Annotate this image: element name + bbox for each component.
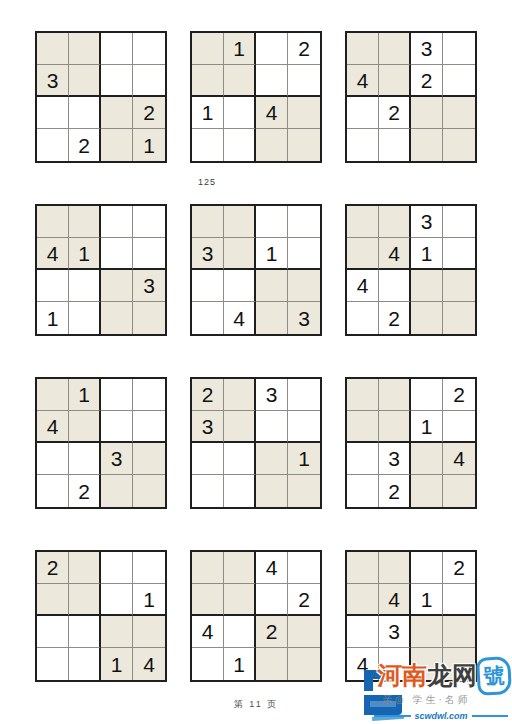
sudoku-4-cell-r2c4[interactable]: [133, 238, 165, 270]
sudoku-5-cell-r4c1[interactable]: [192, 302, 224, 334]
sudoku-6-cell-r4c4[interactable]: [443, 302, 475, 334]
sudoku-8-cell-r1c3[interactable]: 3: [256, 379, 288, 411]
sudoku-9-cell-r3c1[interactable]: [347, 443, 379, 475]
sudoku-3-cell-r2c2[interactable]: [379, 65, 411, 97]
sudoku-8-cell-r1c2[interactable]: [224, 379, 256, 411]
sudoku-10-cell-r2c1[interactable]: [37, 584, 69, 616]
sudoku-9-cell-r2c4[interactable]: [443, 411, 475, 443]
sudoku-7-cell-r2c4[interactable]: [133, 411, 165, 443]
sudoku-grid-6: 34142: [345, 204, 477, 336]
sudoku-12-cell-r3c1[interactable]: [347, 616, 379, 648]
sudoku-7-cell-r3c1[interactable]: [37, 443, 69, 475]
sudoku-4-cell-r3c3[interactable]: [101, 270, 133, 302]
sudoku-1-cell-r3c2[interactable]: [69, 97, 101, 129]
sudoku-grid-3: 3422: [345, 31, 477, 163]
sudoku-7-cell-r1c3[interactable]: [101, 379, 133, 411]
sudoku-3-cell-r4c4[interactable]: [443, 129, 475, 161]
sudoku-grid-2: 1214: [190, 31, 322, 163]
sudoku-grid-7: 1432: [35, 377, 167, 509]
sudoku-9-cell-r1c1[interactable]: [347, 379, 379, 411]
sudoku-11-cell-r4c2[interactable]: 1: [224, 648, 256, 680]
sudoku-6-cell-r2c3[interactable]: 1: [411, 238, 443, 270]
sudoku-5-cell-r3c2[interactable]: [224, 270, 256, 302]
sudoku-12-cell-r3c3[interactable]: [411, 616, 443, 648]
sudoku-12-cell-r2c4[interactable]: [443, 584, 475, 616]
sudoku-4-cell-r4c4[interactable]: [133, 302, 165, 334]
sudoku-1-cell-r2c2[interactable]: [69, 65, 101, 97]
sudoku-3-cell-r2c4[interactable]: [443, 65, 475, 97]
sudoku-8-cell-r1c4[interactable]: [288, 379, 320, 411]
sudoku-6-cell-r2c2[interactable]: 4: [379, 238, 411, 270]
sudoku-grid-1: 3221: [35, 31, 167, 163]
sudoku-2-cell-r4c4[interactable]: [288, 129, 320, 161]
sudoku-10-cell-r2c3[interactable]: [101, 584, 133, 616]
sudoku-12-cell-r1c4[interactable]: 2: [443, 552, 475, 584]
sudoku-9-cell-r4c3[interactable]: [411, 475, 443, 507]
worksheet-page: 3221121434224131314334142143223312134221…: [0, 0, 512, 724]
sudoku-5-cell-r4c2[interactable]: 4: [224, 302, 256, 334]
badge-icon: 號: [476, 656, 512, 696]
sudoku-12-cell-r3c2[interactable]: 3: [379, 616, 411, 648]
sudoku-10-cell-r3c1[interactable]: [37, 616, 69, 648]
sudoku-2-cell-r1c4[interactable]: 2: [288, 33, 320, 65]
sudoku-2-cell-r4c2[interactable]: [224, 129, 256, 161]
sudoku-1-cell-r1c1[interactable]: [37, 33, 69, 65]
sudoku-9-cell-r3c4[interactable]: 4: [443, 443, 475, 475]
sudoku-3-cell-r1c1[interactable]: [347, 33, 379, 65]
sudoku-8-cell-r4c1[interactable]: [192, 475, 224, 507]
sudoku-2-cell-r3c2[interactable]: [224, 97, 256, 129]
sudoku-5-cell-r1c1[interactable]: [192, 206, 224, 238]
sudoku-4-cell-r3c4[interactable]: 3: [133, 270, 165, 302]
sudoku-2-cell-r4c3[interactable]: [256, 129, 288, 161]
sudoku-6-cell-r3c2[interactable]: [379, 270, 411, 302]
sudoku-5-cell-r2c3[interactable]: 1: [256, 238, 288, 270]
sudoku-5-cell-r2c1[interactable]: 3: [192, 238, 224, 270]
sudoku-1-cell-r1c4[interactable]: [133, 33, 165, 65]
sudoku-5-cell-r1c2[interactable]: [224, 206, 256, 238]
sudoku-10-cell-r1c1[interactable]: 2: [37, 552, 69, 584]
sudoku-7-cell-r3c2[interactable]: [69, 443, 101, 475]
sudoku-6-cell-r1c4[interactable]: [443, 206, 475, 238]
sudoku-8-cell-r4c4[interactable]: [288, 475, 320, 507]
sudoku-4-cell-r1c1[interactable]: [37, 206, 69, 238]
sudoku-10-cell-r1c4[interactable]: [133, 552, 165, 584]
sudoku-2-cell-r3c4[interactable]: [288, 97, 320, 129]
sudoku-3-cell-r4c3[interactable]: [411, 129, 443, 161]
sudoku-1-cell-r1c2[interactable]: [69, 33, 101, 65]
site-name: 河南龙网: [377, 659, 477, 692]
sudoku-6-cell-r2c4[interactable]: [443, 238, 475, 270]
sudoku-9-cell-r4c4[interactable]: [443, 475, 475, 507]
sudoku-9-cell-r1c2[interactable]: [379, 379, 411, 411]
sudoku-9-cell-r3c3[interactable]: [411, 443, 443, 475]
sudoku-9-cell-r2c1[interactable]: [347, 411, 379, 443]
sudoku-4-cell-r4c3[interactable]: [101, 302, 133, 334]
sudoku-11-cell-r1c2[interactable]: [224, 552, 256, 584]
sudoku-1-cell-r1c3[interactable]: [101, 33, 133, 65]
sudoku-5-cell-r3c3[interactable]: [256, 270, 288, 302]
site-name-part1: 河南: [377, 661, 427, 689]
sudoku-12-cell-r1c3[interactable]: [411, 552, 443, 584]
sudoku-5-cell-r1c4[interactable]: [288, 206, 320, 238]
sudoku-1-cell-r3c1[interactable]: [37, 97, 69, 129]
sudoku-2-cell-r1c1[interactable]: [192, 33, 224, 65]
sudoku-8-cell-r3c1[interactable]: [192, 443, 224, 475]
sudoku-1-cell-r3c3[interactable]: [101, 97, 133, 129]
sudoku-2-cell-r2c2[interactable]: [224, 65, 256, 97]
sudoku-6-cell-r4c2[interactable]: 2: [379, 302, 411, 334]
sudoku-7-cell-r2c3[interactable]: [101, 411, 133, 443]
sudoku-4-cell-r2c1[interactable]: 4: [37, 238, 69, 270]
sudoku-2-cell-r1c2[interactable]: 1: [224, 33, 256, 65]
sudoku-8-cell-r2c3[interactable]: [256, 411, 288, 443]
sudoku-7-cell-r3c3[interactable]: 3: [101, 443, 133, 475]
sudoku-1-cell-r4c3[interactable]: [101, 129, 133, 161]
sudoku-12-cell-r2c2[interactable]: 4: [379, 584, 411, 616]
sudoku-11-cell-r3c1[interactable]: 4: [192, 616, 224, 648]
sudoku-8-cell-r3c2[interactable]: [224, 443, 256, 475]
sudoku-grid-10: 2114: [35, 550, 167, 682]
sudoku-4-cell-r3c2[interactable]: [69, 270, 101, 302]
sudoku-3-cell-r4c1[interactable]: [347, 129, 379, 161]
sudoku-8-cell-r4c3[interactable]: [256, 475, 288, 507]
sudoku-7-cell-r4c2[interactable]: 2: [69, 475, 101, 507]
sudoku-7-cell-r1c4[interactable]: [133, 379, 165, 411]
sudoku-4-cell-r4c2[interactable]: [69, 302, 101, 334]
sudoku-10-cell-r1c3[interactable]: [101, 552, 133, 584]
sudoku-7-cell-r2c1[interactable]: 4: [37, 411, 69, 443]
sudoku-5-cell-r3c1[interactable]: [192, 270, 224, 302]
sudoku-9-cell-r1c4[interactable]: 2: [443, 379, 475, 411]
sudoku-3-cell-r3c3[interactable]: [411, 97, 443, 129]
sudoku-1-cell-r3c4[interactable]: 2: [133, 97, 165, 129]
divider-line: [374, 715, 411, 717]
sudoku-3-cell-r3c4[interactable]: [443, 97, 475, 129]
sudoku-4-cell-r3c1[interactable]: [37, 270, 69, 302]
watermark: 河南龙网 號 亲◎ 学生·名师 scwdwl.com: [362, 656, 512, 724]
sudoku-3-cell-r3c2[interactable]: 2: [379, 97, 411, 129]
sudoku-4-cell-r1c2[interactable]: [69, 206, 101, 238]
watermark-tagline: 亲◎ 学生·名师: [382, 693, 471, 707]
sudoku-11-cell-r2c2[interactable]: [224, 584, 256, 616]
sudoku-5-cell-r3c4[interactable]: [288, 270, 320, 302]
sudoku-3-cell-r4c2[interactable]: [379, 129, 411, 161]
sudoku-11-cell-r3c3[interactable]: 2: [256, 616, 288, 648]
sudoku-grid-5: 3143: [190, 204, 322, 336]
sudoku-7-cell-r4c3[interactable]: [101, 475, 133, 507]
sudoku-1-cell-r4c1[interactable]: [37, 129, 69, 161]
sudoku-12-cell-r1c1[interactable]: [347, 552, 379, 584]
sudoku-2-cell-r2c1[interactable]: [192, 65, 224, 97]
sudoku-9-cell-r4c1[interactable]: [347, 475, 379, 507]
sudoku-9-cell-r3c2[interactable]: 3: [379, 443, 411, 475]
sudoku-9-cell-r4c2[interactable]: 2: [379, 475, 411, 507]
sudoku-3-cell-r2c3[interactable]: 2: [411, 65, 443, 97]
puzzle-number-label: 125: [198, 177, 216, 187]
sudoku-10-cell-r2c2[interactable]: [69, 584, 101, 616]
sudoku-7-cell-r1c1[interactable]: [37, 379, 69, 411]
sudoku-grid-11: 42421: [190, 550, 322, 682]
sudoku-11-cell-r2c4[interactable]: 2: [288, 584, 320, 616]
sudoku-10-cell-r4c2[interactable]: [69, 648, 101, 680]
sudoku-12-cell-r1c2[interactable]: [379, 552, 411, 584]
sudoku-6-cell-r3c4[interactable]: [443, 270, 475, 302]
sudoku-8-cell-r2c4[interactable]: [288, 411, 320, 443]
sudoku-1-cell-r4c4[interactable]: 1: [133, 129, 165, 161]
puzzle-board-area: 3221121434224131314334142143223312134221…: [35, 31, 477, 682]
sudoku-11-cell-r2c1[interactable]: [192, 584, 224, 616]
sudoku-11-cell-r4c3[interactable]: [256, 648, 288, 680]
sudoku-10-cell-r4c1[interactable]: [37, 648, 69, 680]
sudoku-8-cell-r3c3[interactable]: [256, 443, 288, 475]
sudoku-grid-8: 2331: [190, 377, 322, 509]
sudoku-2-cell-r3c1[interactable]: 1: [192, 97, 224, 129]
sudoku-7-cell-r4c4[interactable]: [133, 475, 165, 507]
sudoku-11-cell-r1c1[interactable]: [192, 552, 224, 584]
sudoku-8-cell-r2c2[interactable]: [224, 411, 256, 443]
sudoku-3-cell-r1c2[interactable]: [379, 33, 411, 65]
sudoku-1-cell-r2c1[interactable]: 3: [37, 65, 69, 97]
sudoku-11-cell-r4c1[interactable]: [192, 648, 224, 680]
watermark-domain: scwdwl.com: [415, 711, 468, 721]
sudoku-6-cell-r2c1[interactable]: [347, 238, 379, 270]
sudoku-3-cell-r1c3[interactable]: 3: [411, 33, 443, 65]
sudoku-10-cell-r4c4[interactable]: 4: [133, 648, 165, 680]
sudoku-2-cell-r2c3[interactable]: [256, 65, 288, 97]
sudoku-8-cell-r3c4[interactable]: 1: [288, 443, 320, 475]
sudoku-9-cell-r2c3[interactable]: 1: [411, 411, 443, 443]
sudoku-9-cell-r2c2[interactable]: [379, 411, 411, 443]
sudoku-2-cell-r1c3[interactable]: [256, 33, 288, 65]
sudoku-2-cell-r3c3[interactable]: 4: [256, 97, 288, 129]
sudoku-5-cell-r4c4[interactable]: 3: [288, 302, 320, 334]
sudoku-1-cell-r2c3[interactable]: [101, 65, 133, 97]
sudoku-3-cell-r1c4[interactable]: [443, 33, 475, 65]
sudoku-8-cell-r4c2[interactable]: [224, 475, 256, 507]
sudoku-10-cell-r2c4[interactable]: 1: [133, 584, 165, 616]
sudoku-5-cell-r2c2[interactable]: [224, 238, 256, 270]
sudoku-2-cell-r4c1[interactable]: [192, 129, 224, 161]
sudoku-6-cell-r1c2[interactable]: [379, 206, 411, 238]
sudoku-8-cell-r2c1[interactable]: 3: [192, 411, 224, 443]
watermark-domain-row: scwdwl.com: [374, 711, 508, 721]
sudoku-7-cell-r3c4[interactable]: [133, 443, 165, 475]
sudoku-10-cell-r3c3[interactable]: [101, 616, 133, 648]
sudoku-6-cell-r4c1[interactable]: [347, 302, 379, 334]
sudoku-6-cell-r1c3[interactable]: 3: [411, 206, 443, 238]
sudoku-4-cell-r1c4[interactable]: [133, 206, 165, 238]
sudoku-12-cell-r3c4[interactable]: [443, 616, 475, 648]
sudoku-10-cell-r3c2[interactable]: [69, 616, 101, 648]
divider-line: [472, 715, 509, 717]
sudoku-1-cell-r2c4[interactable]: [133, 65, 165, 97]
sudoku-7-cell-r1c2[interactable]: 1: [69, 379, 101, 411]
sudoku-5-cell-r2c4[interactable]: [288, 238, 320, 270]
sudoku-2-cell-r2c4[interactable]: [288, 65, 320, 97]
sudoku-10-cell-r1c2[interactable]: [69, 552, 101, 584]
sudoku-6-cell-r3c3[interactable]: [411, 270, 443, 302]
sudoku-6-cell-r3c1[interactable]: 4: [347, 270, 379, 302]
sudoku-6-cell-r4c3[interactable]: [411, 302, 443, 334]
sudoku-11-cell-r3c2[interactable]: [224, 616, 256, 648]
sudoku-4-cell-r2c3[interactable]: [101, 238, 133, 270]
site-name-part2: 龙网: [427, 661, 477, 689]
sudoku-9-cell-r1c3[interactable]: [411, 379, 443, 411]
sudoku-grid-4: 4131: [35, 204, 167, 336]
sudoku-11-cell-r3c4[interactable]: [288, 616, 320, 648]
sudoku-7-cell-r2c2[interactable]: [69, 411, 101, 443]
sudoku-grid-9: 21342: [345, 377, 477, 509]
sudoku-3-cell-r3c1[interactable]: [347, 97, 379, 129]
sudoku-6-cell-r1c1[interactable]: [347, 206, 379, 238]
sudoku-4-cell-r1c3[interactable]: [101, 206, 133, 238]
sudoku-5-cell-r4c3[interactable]: [256, 302, 288, 334]
sudoku-11-cell-r2c3[interactable]: [256, 584, 288, 616]
sudoku-12-cell-r2c1[interactable]: [347, 584, 379, 616]
sudoku-1-cell-r4c2[interactable]: 2: [69, 129, 101, 161]
sudoku-11-cell-r1c3[interactable]: 4: [256, 552, 288, 584]
sudoku-12-cell-r2c3[interactable]: 1: [411, 584, 443, 616]
sudoku-10-cell-r3c4[interactable]: [133, 616, 165, 648]
sudoku-4-cell-r4c1[interactable]: 1: [37, 302, 69, 334]
sudoku-3-cell-r2c1[interactable]: 4: [347, 65, 379, 97]
sudoku-4-cell-r2c2[interactable]: 1: [69, 238, 101, 270]
sudoku-8-cell-r1c1[interactable]: 2: [192, 379, 224, 411]
sudoku-11-cell-r4c4[interactable]: [288, 648, 320, 680]
sudoku-11-cell-r1c4[interactable]: [288, 552, 320, 584]
sudoku-10-cell-r4c3[interactable]: 1: [101, 648, 133, 680]
sudoku-5-cell-r1c3[interactable]: [256, 206, 288, 238]
sudoku-7-cell-r4c1[interactable]: [37, 475, 69, 507]
